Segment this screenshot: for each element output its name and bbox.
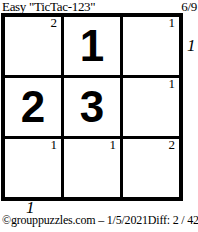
puzzle-title: Easy "TicTac-123": [2, 0, 95, 13]
row1-right-marker: 1: [187, 37, 196, 54]
cell-digit: [5, 139, 61, 197]
cell-r3c3[interactable]: 2: [123, 139, 179, 197]
cell-digit: [64, 139, 120, 197]
difficulty-text: Diff: 2 / 42: [148, 213, 198, 227]
progress-indicator: 6/9: [181, 0, 197, 13]
cell-digit: [123, 78, 179, 136]
cell-r2c3[interactable]: 1: [123, 78, 179, 136]
cell-digit: 2: [5, 78, 61, 136]
puzzle-page: Easy "TicTac-123" 6/9 211231112 1 1 ©gro…: [0, 0, 198, 232]
copyright-text: ©grouppuzzles.com – 1/5/2021: [2, 213, 148, 227]
cell-r3c2[interactable]: 1: [64, 139, 120, 197]
tictac123-board: 211231112: [1, 13, 183, 201]
cell-digit: 3: [64, 78, 120, 136]
cell-r3c1[interactable]: 1: [5, 139, 61, 197]
cell-digit: 1: [64, 17, 120, 75]
cell-r1c3[interactable]: 1: [123, 17, 179, 75]
header: Easy "TicTac-123" 6/9: [2, 0, 197, 13]
cell-r2c2[interactable]: 3: [64, 78, 120, 136]
cell-digit: [123, 139, 179, 197]
footer: ©grouppuzzles.com – 1/5/2021 Diff: 2 / 4…: [2, 213, 197, 227]
cell-r1c2[interactable]: 1: [64, 17, 120, 75]
cell-r2c1[interactable]: 2: [5, 78, 61, 136]
cell-digit: [123, 17, 179, 75]
cell-digit: [5, 17, 61, 75]
cell-r1c1[interactable]: 2: [5, 17, 61, 75]
